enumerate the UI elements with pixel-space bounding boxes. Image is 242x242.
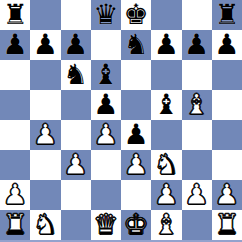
square-c5[interactable] xyxy=(61,90,91,120)
black-queen[interactable]: ♛ xyxy=(93,0,118,30)
square-a5[interactable] xyxy=(0,90,30,120)
black-pawn[interactable]: ♟ xyxy=(63,30,88,60)
black-pawn[interactable]: ♟ xyxy=(124,120,149,150)
black-pawn[interactable]: ♟ xyxy=(3,30,28,60)
square-c1[interactable] xyxy=(61,210,91,240)
square-b7[interactable]: ♟ xyxy=(30,30,60,60)
white-king[interactable]: ♚ xyxy=(124,210,149,240)
square-e4[interactable]: ♟ xyxy=(121,120,151,150)
black-pawn[interactable]: ♟ xyxy=(93,90,118,120)
white-bishop[interactable]: ♝ xyxy=(184,90,209,120)
white-pawn[interactable]: ♟ xyxy=(33,120,58,150)
square-e3[interactable]: ♟ xyxy=(121,150,151,180)
square-b8[interactable] xyxy=(30,0,60,30)
white-rook[interactable]: ♜ xyxy=(3,210,28,240)
white-knight[interactable]: ♞ xyxy=(154,150,179,180)
square-g2[interactable]: ♟ xyxy=(182,180,212,210)
square-f1[interactable]: ♝ xyxy=(151,210,181,240)
black-pawn[interactable]: ♟ xyxy=(184,30,209,60)
square-h5[interactable] xyxy=(212,90,242,120)
square-g1[interactable] xyxy=(182,210,212,240)
square-f8[interactable] xyxy=(151,0,181,30)
black-bishop[interactable]: ♝ xyxy=(154,90,179,120)
square-b3[interactable] xyxy=(30,150,60,180)
square-h1[interactable]: ♜ xyxy=(212,210,242,240)
square-a6[interactable] xyxy=(0,60,30,90)
black-knight[interactable]: ♞ xyxy=(63,60,88,90)
black-pawn[interactable]: ♟ xyxy=(33,30,58,60)
square-f5[interactable]: ♝ xyxy=(151,90,181,120)
square-d8[interactable]: ♛ xyxy=(91,0,121,30)
white-pawn[interactable]: ♟ xyxy=(154,180,179,210)
square-e7[interactable]: ♞ xyxy=(121,30,151,60)
square-g4[interactable] xyxy=(182,120,212,150)
square-f6[interactable] xyxy=(151,60,181,90)
square-c6[interactable]: ♞ xyxy=(61,60,91,90)
square-e2[interactable] xyxy=(121,180,151,210)
square-e6[interactable] xyxy=(121,60,151,90)
square-g8[interactable] xyxy=(182,0,212,30)
square-b1[interactable]: ♞ xyxy=(30,210,60,240)
square-b6[interactable] xyxy=(30,60,60,90)
square-g5[interactable]: ♝ xyxy=(182,90,212,120)
square-f3[interactable]: ♞ xyxy=(151,150,181,180)
square-g7[interactable]: ♟ xyxy=(182,30,212,60)
square-d1[interactable]: ♛ xyxy=(91,210,121,240)
white-pawn[interactable]: ♟ xyxy=(124,150,149,180)
square-d7[interactable] xyxy=(91,30,121,60)
white-pawn[interactable]: ♟ xyxy=(3,180,28,210)
black-rook[interactable]: ♜ xyxy=(214,0,239,30)
square-f7[interactable]: ♟ xyxy=(151,30,181,60)
black-rook[interactable]: ♜ xyxy=(3,0,28,30)
square-c4[interactable] xyxy=(61,120,91,150)
white-pawn[interactable]: ♟ xyxy=(214,180,239,210)
white-queen[interactable]: ♛ xyxy=(93,210,118,240)
black-bishop[interactable]: ♝ xyxy=(93,60,118,90)
square-d5[interactable]: ♟ xyxy=(91,90,121,120)
square-a7[interactable]: ♟ xyxy=(0,30,30,60)
square-a4[interactable] xyxy=(0,120,30,150)
square-c7[interactable]: ♟ xyxy=(61,30,91,60)
square-g3[interactable] xyxy=(182,150,212,180)
square-c3[interactable]: ♟ xyxy=(61,150,91,180)
black-knight[interactable]: ♞ xyxy=(124,30,149,60)
square-h7[interactable]: ♟ xyxy=(212,30,242,60)
square-a8[interactable]: ♜ xyxy=(0,0,30,30)
white-pawn[interactable]: ♟ xyxy=(93,120,118,150)
square-d2[interactable] xyxy=(91,180,121,210)
square-f4[interactable] xyxy=(151,120,181,150)
chess-board-container: ♜♛♚♜♟♟♟♞♟♟♟♞♝♟♝♝♟♟♟♟♟♞♟♟♟♟♜♞♛♚♝♜ xyxy=(0,0,242,242)
square-b4[interactable]: ♟ xyxy=(30,120,60,150)
square-d3[interactable] xyxy=(91,150,121,180)
black-king[interactable]: ♚ xyxy=(124,0,149,30)
white-rook[interactable]: ♜ xyxy=(214,210,239,240)
square-h2[interactable]: ♟ xyxy=(212,180,242,210)
square-d4[interactable]: ♟ xyxy=(91,120,121,150)
square-a1[interactable]: ♜ xyxy=(0,210,30,240)
white-bishop[interactable]: ♝ xyxy=(154,210,179,240)
black-pawn[interactable]: ♟ xyxy=(154,30,179,60)
square-h3[interactable] xyxy=(212,150,242,180)
square-c8[interactable] xyxy=(61,0,91,30)
chess-board: ♜♛♚♜♟♟♟♞♟♟♟♞♝♟♝♝♟♟♟♟♟♞♟♟♟♟♜♞♛♚♝♜ xyxy=(0,0,242,240)
square-h8[interactable]: ♜ xyxy=(212,0,242,30)
square-a2[interactable]: ♟ xyxy=(0,180,30,210)
square-e5[interactable] xyxy=(121,90,151,120)
square-a3[interactable] xyxy=(0,150,30,180)
square-b2[interactable] xyxy=(30,180,60,210)
square-h4[interactable] xyxy=(212,120,242,150)
square-g6[interactable] xyxy=(182,60,212,90)
square-c2[interactable] xyxy=(61,180,91,210)
square-b5[interactable] xyxy=(30,90,60,120)
square-e1[interactable]: ♚ xyxy=(121,210,151,240)
square-e8[interactable]: ♚ xyxy=(121,0,151,30)
white-pawn[interactable]: ♟ xyxy=(184,180,209,210)
white-pawn[interactable]: ♟ xyxy=(63,150,88,180)
square-d6[interactable]: ♝ xyxy=(91,60,121,90)
square-h6[interactable] xyxy=(212,60,242,90)
square-f2[interactable]: ♟ xyxy=(151,180,181,210)
white-knight[interactable]: ♞ xyxy=(33,210,58,240)
black-pawn[interactable]: ♟ xyxy=(214,30,239,60)
